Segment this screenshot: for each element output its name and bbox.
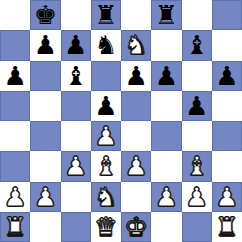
black-pawn-piece: ♟ — [185, 91, 208, 121]
black-pawn-piece: ♟ — [64, 30, 87, 60]
square-b4[interactable] — [30, 121, 60, 151]
white-pawn-piece: ♟ — [155, 182, 178, 212]
black-knight-piece: ♞ — [94, 30, 117, 60]
square-f1[interactable] — [151, 212, 181, 242]
white-knight-piece: ♞ — [124, 30, 147, 60]
square-c4[interactable] — [61, 121, 91, 151]
square-g5[interactable]: ♟ — [182, 91, 212, 121]
black-pawn-piece: ♟ — [94, 91, 117, 121]
white-king-piece: ♚ — [124, 212, 147, 242]
square-h6[interactable]: ♟ — [212, 61, 242, 91]
white-queen-piece: ♛ — [94, 212, 117, 242]
chess-board: ♚♜♜♟♟♞♞♝♟♝♟♟♟♟♟♟♟♝♟♝♟♟♞♟♟♟♜♛♚♜ — [0, 0, 242, 242]
square-g1[interactable] — [182, 212, 212, 242]
square-g8[interactable] — [182, 0, 212, 30]
black-bishop-piece: ♝ — [64, 61, 87, 91]
square-b6[interactable] — [30, 61, 60, 91]
square-g3[interactable]: ♝ — [182, 151, 212, 181]
square-h3[interactable] — [212, 151, 242, 181]
square-c5[interactable] — [61, 91, 91, 121]
white-rook-piece: ♜ — [3, 212, 26, 242]
square-f5[interactable] — [151, 91, 181, 121]
black-pawn-piece: ♟ — [155, 61, 178, 91]
white-bishop-piece: ♝ — [94, 151, 117, 181]
square-h4[interactable] — [212, 121, 242, 151]
square-c7[interactable]: ♟ — [61, 30, 91, 60]
square-f2[interactable]: ♟ — [151, 182, 181, 212]
white-pawn-piece: ♟ — [124, 151, 147, 181]
square-d3[interactable]: ♝ — [91, 151, 121, 181]
black-rook-piece: ♜ — [155, 0, 178, 30]
square-f8[interactable]: ♜ — [151, 0, 181, 30]
square-f3[interactable] — [151, 151, 181, 181]
square-c2[interactable] — [61, 182, 91, 212]
square-d2[interactable]: ♞ — [91, 182, 121, 212]
white-pawn-piece: ♟ — [34, 182, 57, 212]
square-a8[interactable] — [0, 0, 30, 30]
square-d5[interactable]: ♟ — [91, 91, 121, 121]
white-pawn-piece: ♟ — [3, 182, 26, 212]
square-b7[interactable]: ♟ — [30, 30, 60, 60]
square-h8[interactable] — [212, 0, 242, 30]
square-h5[interactable] — [212, 91, 242, 121]
black-pawn-piece: ♟ — [215, 61, 238, 91]
square-g7[interactable]: ♝ — [182, 30, 212, 60]
square-c6[interactable]: ♝ — [61, 61, 91, 91]
square-h2[interactable]: ♟ — [212, 182, 242, 212]
square-a1[interactable]: ♜ — [0, 212, 30, 242]
white-knight-piece: ♞ — [94, 182, 117, 212]
square-h1[interactable]: ♜ — [212, 212, 242, 242]
square-d8[interactable]: ♜ — [91, 0, 121, 30]
square-b2[interactable]: ♟ — [30, 182, 60, 212]
black-pawn-piece: ♟ — [3, 61, 26, 91]
square-b1[interactable] — [30, 212, 60, 242]
square-b5[interactable] — [30, 91, 60, 121]
square-g4[interactable] — [182, 121, 212, 151]
square-e8[interactable] — [121, 0, 151, 30]
square-a7[interactable] — [0, 30, 30, 60]
square-g2[interactable]: ♟ — [182, 182, 212, 212]
square-d1[interactable]: ♛ — [91, 212, 121, 242]
square-e7[interactable]: ♞ — [121, 30, 151, 60]
square-a2[interactable]: ♟ — [0, 182, 30, 212]
square-e3[interactable]: ♟ — [121, 151, 151, 181]
white-bishop-piece: ♝ — [185, 151, 208, 181]
square-d7[interactable]: ♞ — [91, 30, 121, 60]
square-d4[interactable]: ♟ — [91, 121, 121, 151]
square-f7[interactable] — [151, 30, 181, 60]
square-a5[interactable] — [0, 91, 30, 121]
white-pawn-piece: ♟ — [94, 121, 117, 151]
white-pawn-piece: ♟ — [64, 151, 87, 181]
square-b8[interactable]: ♚ — [30, 0, 60, 30]
square-e1[interactable]: ♚ — [121, 212, 151, 242]
square-b3[interactable] — [30, 151, 60, 181]
black-rook-piece: ♜ — [94, 0, 117, 30]
square-h7[interactable] — [212, 30, 242, 60]
white-pawn-piece: ♟ — [215, 182, 238, 212]
square-a3[interactable] — [0, 151, 30, 181]
square-e4[interactable] — [121, 121, 151, 151]
black-pawn-piece: ♟ — [34, 30, 57, 60]
square-e6[interactable]: ♟ — [121, 61, 151, 91]
white-pawn-piece: ♟ — [185, 182, 208, 212]
square-e2[interactable] — [121, 182, 151, 212]
square-c8[interactable] — [61, 0, 91, 30]
black-king-piece: ♚ — [34, 0, 57, 30]
square-f6[interactable]: ♟ — [151, 61, 181, 91]
square-c3[interactable]: ♟ — [61, 151, 91, 181]
square-f4[interactable] — [151, 121, 181, 151]
square-e5[interactable] — [121, 91, 151, 121]
square-d6[interactable] — [91, 61, 121, 91]
white-rook-piece: ♜ — [215, 212, 238, 242]
square-g6[interactable] — [182, 61, 212, 91]
square-a4[interactable] — [0, 121, 30, 151]
square-a6[interactable]: ♟ — [0, 61, 30, 91]
black-pawn-piece: ♟ — [124, 61, 147, 91]
square-c1[interactable] — [61, 212, 91, 242]
black-bishop-piece: ♝ — [185, 30, 208, 60]
